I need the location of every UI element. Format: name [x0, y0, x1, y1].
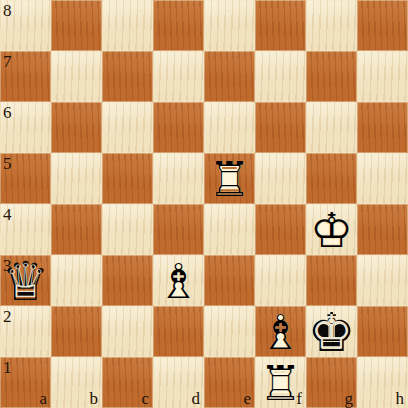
square-e4[interactable] — [204, 204, 255, 255]
square-f3[interactable] — [255, 255, 306, 306]
square-f4[interactable] — [255, 204, 306, 255]
square-e6[interactable] — [204, 102, 255, 153]
square-c3[interactable] — [102, 255, 153, 306]
white-bishop-outline-icon: ♗ — [255, 306, 306, 357]
square-g8[interactable] — [306, 0, 357, 51]
square-a1[interactable]: 1a — [0, 357, 51, 408]
square-c1[interactable]: c — [102, 357, 153, 408]
square-f5[interactable] — [255, 153, 306, 204]
file-label-d: d — [192, 390, 201, 407]
square-b8[interactable] — [51, 0, 102, 51]
square-a4[interactable]: 4 — [0, 204, 51, 255]
square-b7[interactable] — [51, 51, 102, 102]
square-a5[interactable]: 5 — [0, 153, 51, 204]
square-d1[interactable]: d — [153, 357, 204, 408]
square-h5[interactable] — [357, 153, 408, 204]
square-a2[interactable]: 2 — [0, 306, 51, 357]
square-b4[interactable] — [51, 204, 102, 255]
square-h7[interactable] — [357, 51, 408, 102]
square-d8[interactable] — [153, 0, 204, 51]
square-d6[interactable] — [153, 102, 204, 153]
square-h2[interactable] — [357, 306, 408, 357]
square-d4[interactable] — [153, 204, 204, 255]
square-h8[interactable] — [357, 0, 408, 51]
square-d3[interactable]: ♝♗ — [153, 255, 204, 306]
square-c2[interactable] — [102, 306, 153, 357]
square-g4[interactable]: ♚♔ — [306, 204, 357, 255]
square-a3[interactable]: 3♛♕ — [0, 255, 51, 306]
square-b5[interactable] — [51, 153, 102, 204]
white-bishop-outline-icon: ♗ — [153, 255, 204, 306]
piece-white-bishop-d3[interactable]: ♝♗ — [153, 255, 204, 306]
chess-board: 8765♜♖4♚♔3♛♕♝♗2♝♗♚♔1abcdef♜♖gh — [0, 0, 408, 408]
rank-label-1: 1 — [3, 359, 12, 376]
square-g5[interactable] — [306, 153, 357, 204]
square-g1[interactable]: g — [306, 357, 357, 408]
square-e5[interactable]: ♜♖ — [204, 153, 255, 204]
square-b2[interactable] — [51, 306, 102, 357]
square-e7[interactable] — [204, 51, 255, 102]
square-e1[interactable]: e — [204, 357, 255, 408]
file-label-h: h — [396, 390, 405, 407]
square-b1[interactable]: b — [51, 357, 102, 408]
square-h3[interactable] — [357, 255, 408, 306]
file-label-e: e — [243, 390, 251, 407]
square-e3[interactable] — [204, 255, 255, 306]
rank-label-8: 8 — [3, 2, 12, 19]
square-g6[interactable] — [306, 102, 357, 153]
square-f1[interactable]: f♜♖ — [255, 357, 306, 408]
square-a8[interactable]: 8 — [0, 0, 51, 51]
square-h6[interactable] — [357, 102, 408, 153]
rank-label-5: 5 — [3, 155, 12, 172]
square-d2[interactable] — [153, 306, 204, 357]
square-h4[interactable] — [357, 204, 408, 255]
square-f7[interactable] — [255, 51, 306, 102]
white-rook-outline-icon: ♖ — [255, 357, 306, 408]
rank-label-7: 7 — [3, 53, 12, 70]
rank-label-4: 4 — [3, 206, 12, 223]
file-label-a: a — [39, 390, 47, 407]
piece-white-king-g4[interactable]: ♚♔ — [306, 204, 357, 255]
rank-label-6: 6 — [3, 104, 12, 121]
white-king-outline-icon: ♔ — [306, 204, 357, 255]
black-king-outline-icon: ♔ — [307, 307, 356, 356]
black-queen-outline-icon: ♕ — [1, 256, 50, 305]
square-c5[interactable] — [102, 153, 153, 204]
piece-black-queen-a3[interactable]: ♛♕ — [0, 255, 51, 306]
chess-board-wrapper: 8765♜♖4♚♔3♛♕♝♗2♝♗♚♔1abcdef♜♖gh — [0, 0, 408, 408]
square-c6[interactable] — [102, 102, 153, 153]
square-b3[interactable] — [51, 255, 102, 306]
square-c7[interactable] — [102, 51, 153, 102]
piece-white-rook-e5[interactable]: ♜♖ — [204, 153, 255, 204]
square-f8[interactable] — [255, 0, 306, 51]
square-d7[interactable] — [153, 51, 204, 102]
file-label-c: c — [141, 390, 149, 407]
piece-white-bishop-f2[interactable]: ♝♗ — [255, 306, 306, 357]
file-label-g: g — [345, 390, 354, 407]
file-label-b: b — [90, 390, 99, 407]
square-g7[interactable] — [306, 51, 357, 102]
square-a6[interactable]: 6 — [0, 102, 51, 153]
square-c4[interactable] — [102, 204, 153, 255]
square-c8[interactable] — [102, 0, 153, 51]
square-g2[interactable]: ♚♔ — [306, 306, 357, 357]
square-a7[interactable]: 7 — [0, 51, 51, 102]
square-f2[interactable]: ♝♗ — [255, 306, 306, 357]
piece-black-king-g2[interactable]: ♚♔ — [306, 306, 357, 357]
square-h1[interactable]: h — [357, 357, 408, 408]
square-f6[interactable] — [255, 102, 306, 153]
piece-white-rook-f1[interactable]: ♜♖ — [255, 357, 306, 408]
square-e2[interactable] — [204, 306, 255, 357]
square-e8[interactable] — [204, 0, 255, 51]
white-rook-outline-icon: ♖ — [204, 153, 255, 204]
square-g3[interactable] — [306, 255, 357, 306]
square-d5[interactable] — [153, 153, 204, 204]
square-b6[interactable] — [51, 102, 102, 153]
